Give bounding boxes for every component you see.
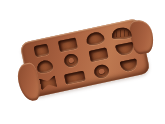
chocolate-mold bbox=[20, 18, 151, 98]
cavity-biscuit-rect bbox=[58, 37, 78, 52]
cavity-boat bbox=[115, 42, 135, 57]
cavity-cell bbox=[88, 62, 116, 82]
cavity-biscuit-square bbox=[33, 43, 49, 57]
cavity-biscuit-long bbox=[64, 70, 86, 84]
cavity-ring bbox=[63, 53, 79, 69]
cavity-shell bbox=[36, 59, 54, 74]
cavity-croissant bbox=[111, 27, 132, 40]
cavity-teacup bbox=[119, 59, 138, 73]
cavity-cell bbox=[34, 73, 62, 93]
cavity-cell bbox=[61, 67, 89, 87]
mold-grid bbox=[27, 23, 143, 92]
cavity-bow bbox=[39, 75, 57, 90]
cavity-teapot bbox=[85, 31, 105, 46]
photo-scene bbox=[0, 0, 165, 124]
cavity-cell bbox=[115, 56, 143, 76]
cavity-biscuit-rect bbox=[88, 48, 108, 63]
cavity-donut bbox=[93, 64, 110, 80]
